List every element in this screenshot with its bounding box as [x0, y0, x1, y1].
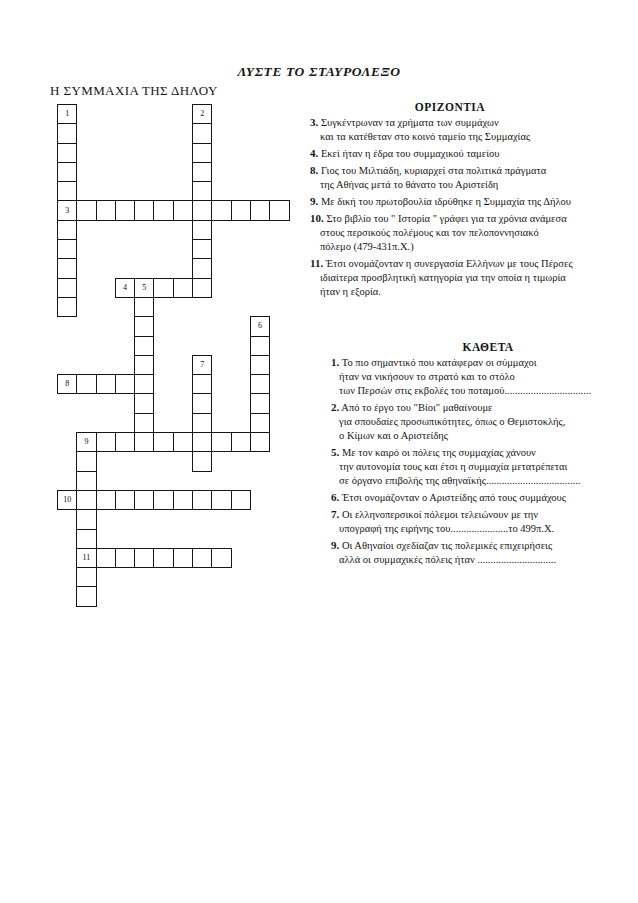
- grid-cell-r7c1[interactable]: [57, 220, 77, 240]
- grid-cell-r16c8[interactable]: [192, 393, 212, 413]
- cell-number: 11: [83, 554, 91, 562]
- grid-cell-r21c2[interactable]: [76, 490, 96, 510]
- grid-cell-r21c10[interactable]: [231, 490, 251, 510]
- clue-line: 9. Οι Αθηναίοι σχεδίαζαν τις πολεμικές ε…: [331, 538, 636, 553]
- clue-number: 10.: [310, 212, 324, 224]
- grid-cell-r5c8[interactable]: [192, 181, 212, 201]
- grid-cell-r11c5[interactable]: [134, 297, 154, 317]
- clue-line: για σπουδαίες προσωπικότητες, όπως ο Θεμ…: [331, 415, 636, 429]
- grid-cell-r21c5[interactable]: [134, 490, 154, 510]
- down-header: ΚΑΘΕΤΑ: [462, 341, 513, 353]
- grid-cell-r18c2[interactable]: 9: [76, 432, 96, 452]
- clue-line: 10. Στο βιβλίο του " Ιστορία " γράφει γι…: [310, 211, 636, 226]
- grid-cell-r18c3[interactable]: [96, 432, 116, 452]
- grid-cell-r17c5[interactable]: [134, 413, 154, 433]
- clue-line: 4. Εκεί ήταν η έδρα του συμμαχικού ταμεί…: [310, 146, 636, 161]
- clue-number: 8.: [310, 164, 318, 176]
- down-clue-list: 1. Το πιο σημαντικό που κατάφεραν οι σύμ…: [331, 355, 636, 569]
- grid-cell-r2c8[interactable]: [192, 123, 212, 143]
- cell-number: 7: [200, 361, 204, 369]
- grid-cell-r6c2[interactable]: [76, 200, 96, 220]
- cell-number: 5: [142, 284, 146, 292]
- grid-cell-r19c2[interactable]: [76, 451, 96, 471]
- grid-cell-r6c5[interactable]: [134, 200, 154, 220]
- grid-cell-r24c7[interactable]: [173, 548, 193, 568]
- grid-cell-r20c2[interactable]: [76, 471, 96, 491]
- grid-cell-r8c8[interactable]: [192, 239, 212, 259]
- grid-cell-r24c6[interactable]: [153, 548, 173, 568]
- clue-line: υπογραφή της ειρήνης του................…: [331, 522, 636, 536]
- grid-cell-r6c11[interactable]: [250, 200, 270, 220]
- clue-number: 9.: [331, 539, 339, 551]
- grid-cell-r1c8[interactable]: 2: [192, 104, 212, 124]
- grid-cell-r6c10[interactable]: [231, 200, 251, 220]
- grid-cell-r5c1[interactable]: [57, 181, 77, 201]
- clue-down-9: 9. Οι Αθηναίοι σχεδίαζαν τις πολεμικές ε…: [331, 538, 636, 567]
- grid-cell-r14c5[interactable]: [134, 355, 154, 375]
- clue-across-9: 9. Με δική του πρωτοβουλία ιδρύθηκε η Συ…: [310, 194, 636, 209]
- grid-cell-r21c1[interactable]: 10: [57, 490, 77, 510]
- clue-line: 3. Συγκέντρωναν τα χρήματα των συμμάχων: [310, 115, 636, 130]
- cell-number: 3: [65, 207, 69, 215]
- grid-cell-r24c2[interactable]: 11: [76, 548, 96, 568]
- clue-down-5: 5. Με τον καιρό οι πόλεις της συμμαχίας …: [331, 445, 636, 488]
- clue-across-8: 8. Γιος του Μιλτιάδη, κυριαρχεί στα πολι…: [310, 163, 636, 192]
- puzzle-subtitle: Η ΣΥΜΜΑΧΙΑ ΤΗΣ ΔΗΛΟΥ: [50, 83, 218, 99]
- grid-cell-r7c8[interactable]: [192, 220, 212, 240]
- clue-text: Οι Αθηναίοι σχεδίαζαν τις πολεμικές επιχ…: [339, 540, 552, 551]
- clue-line: 7. Οι ελληνοπερσικοί πόλεμοι τελειώνουν …: [331, 507, 636, 522]
- clue-line: 5. Με τον καιρό οι πόλεις της συμμαχίας …: [331, 445, 636, 460]
- clue-text: Συγκέντρωναν τα χρήματα των συμμάχων: [318, 117, 498, 128]
- grid-cell-r18c7[interactable]: [173, 432, 193, 452]
- crossword-grid: 1234567891011: [57, 104, 289, 606]
- grid-cell-r6c4[interactable]: [115, 200, 135, 220]
- grid-cell-r6c3[interactable]: [96, 200, 116, 220]
- clue-text: Έτσι ονομάζονταν η συνεργασία Ελλήνων με…: [323, 258, 572, 269]
- clue-text: Το πιο σημαντικό που κατάφεραν οι σύμμαχ…: [339, 357, 536, 368]
- grid-cell-r18c8[interactable]: [192, 432, 212, 452]
- clue-line: 2. Από το έργο του "Βίοι" μαθαίνουμε: [331, 400, 636, 415]
- grid-cell-r15c3[interactable]: [96, 374, 116, 394]
- grid-cell-r11c1[interactable]: [57, 297, 77, 317]
- clue-across-4: 4. Εκεί ήταν η έδρα του συμμαχικού ταμεί…: [310, 146, 636, 161]
- clue-down-7: 7. Οι ελληνοπερσικοί πόλεμοι τελειώνουν …: [331, 507, 636, 536]
- cell-number: 6: [258, 322, 262, 330]
- grid-cell-r18c11[interactable]: [250, 432, 270, 452]
- clue-number: 6.: [331, 491, 339, 503]
- grid-cell-r17c8[interactable]: [192, 413, 212, 433]
- grid-cell-r15c2[interactable]: [76, 374, 96, 394]
- grid-cell-r18c4[interactable]: [115, 432, 135, 452]
- clue-down-1: 1. Το πιο σημαντικό που κατάφεραν οι σύμ…: [331, 355, 636, 398]
- across-clue-list: 3. Συγκέντρωναν τα χρήματα των συμμάχωνκ…: [310, 115, 636, 301]
- grid-cell-r15c8[interactable]: [192, 374, 212, 394]
- grid-cell-r12c11[interactable]: 6: [250, 316, 270, 336]
- grid-cell-r14c11[interactable]: [250, 355, 270, 375]
- grid-cell-r21c6[interactable]: [153, 490, 173, 510]
- clue-line: 9. Με δική του πρωτοβουλία ιδρύθηκε η Συ…: [310, 194, 636, 209]
- grid-cell-r9c1[interactable]: [57, 258, 77, 278]
- grid-cell-r2c1[interactable]: [57, 123, 77, 143]
- grid-cell-r6c1[interactable]: 3: [57, 200, 77, 220]
- grid-cell-r26c2[interactable]: [76, 586, 96, 606]
- clue-number: 3.: [310, 116, 318, 128]
- grid-cell-r18c6[interactable]: [153, 432, 173, 452]
- grid-cell-r6c7[interactable]: [173, 200, 193, 220]
- clue-line: ο Κίμων και ο Αριστείδης: [331, 429, 636, 443]
- clue-line: πόλεμο (479-431π.Χ.): [310, 240, 636, 254]
- grid-cell-r9c8[interactable]: [192, 258, 212, 278]
- worksheet-page: ΛΥΣΤΕ ΤΟ ΣΤΑΥΡΟΛΕΞΟ Η ΣΥΜΜΑΧΙΑ ΤΗΣ ΔΗΛΟΥ…: [0, 0, 638, 903]
- clue-line: της Αθήνας μετά το θάνατο του Αριστείδη: [310, 178, 636, 192]
- grid-cell-r15c5[interactable]: [134, 374, 154, 394]
- page-title: ΛΥΣΤΕ ΤΟ ΣΤΑΥΡΟΛΕΞΟ: [0, 64, 638, 80]
- grid-cell-r24c8[interactable]: [192, 548, 212, 568]
- cell-number: 2: [200, 110, 204, 118]
- grid-cell-r24c9[interactable]: [211, 548, 231, 568]
- grid-cell-r10c6[interactable]: [153, 278, 173, 298]
- grid-cell-r4c8[interactable]: [192, 162, 212, 182]
- clue-text: Εκεί ήταν η έδρα του συμμαχικού ταμείου: [318, 148, 499, 159]
- grid-cell-r10c8[interactable]: [192, 278, 212, 298]
- grid-cell-r22c2[interactable]: [76, 509, 96, 529]
- clue-line: σε όργανο επιβολής της αθηναϊκής........…: [331, 474, 636, 488]
- clue-text: Στο βιβλίο του " Ιστορία " γράφει για τα…: [324, 213, 567, 224]
- grid-cell-r21c8[interactable]: [192, 490, 212, 510]
- clue-down-6: 6. Έτσι ονομάζονταν ο Αριστείδης από του…: [331, 490, 636, 505]
- clue-text: Οι ελληνοπερσικοί πόλεμοι τελειώνουν με …: [339, 509, 538, 520]
- clue-line: ήταν η εξορία.: [310, 285, 636, 299]
- grid-cell-r10c4[interactable]: 4: [115, 278, 135, 298]
- clue-line: την αυτονομία τους και έτσι η συμμαχία μ…: [331, 460, 636, 474]
- clue-line: στους περσικούς πολέμους και τον πελοπον…: [310, 226, 636, 240]
- clue-line: 6. Έτσι ονομάζονταν ο Αριστείδης από του…: [331, 490, 636, 505]
- grid-cell-r16c11[interactable]: [250, 393, 270, 413]
- clue-line: των Περσών στις εκβολές του ποταμού.....…: [331, 384, 636, 398]
- grid-cell-r13c11[interactable]: [250, 336, 270, 356]
- grid-cell-r10c1[interactable]: [57, 278, 77, 298]
- clue-line: αλλά οι συμμαχικές πόλεις ήταν .........…: [331, 553, 636, 567]
- cell-number: 1: [65, 110, 69, 118]
- clue-text: Από το έργο του "Βίοι" μαθαίνουμε: [339, 402, 492, 413]
- clue-line: ήταν να νικήσουν το στρατό και το στόλο: [331, 370, 636, 384]
- grid-cell-r10c5[interactable]: 5: [134, 278, 154, 298]
- clue-line: 8. Γιος του Μιλτιάδη, κυριαρχεί στα πολι…: [310, 163, 636, 178]
- grid-cell-r24c3[interactable]: [96, 548, 116, 568]
- clue-number: 2.: [331, 401, 339, 413]
- clue-across-3: 3. Συγκέντρωναν τα χρήματα των συμμάχωνκ…: [310, 115, 636, 144]
- cell-number: 8: [65, 380, 69, 388]
- grid-cell-r18c5[interactable]: [134, 432, 154, 452]
- clue-number: 1.: [331, 356, 339, 368]
- grid-cell-r15c11[interactable]: [250, 374, 270, 394]
- clue-text: Με τον καιρό οι πόλεις της συμμαχίας χάν…: [339, 447, 536, 458]
- clue-down-2: 2. Από το έργο του "Βίοι" μαθαίνουμεγια …: [331, 400, 636, 443]
- grid-cell-r23c2[interactable]: [76, 529, 96, 549]
- cell-number: 9: [84, 438, 88, 446]
- grid-cell-r1c1[interactable]: 1: [57, 104, 77, 124]
- grid-cell-r3c1[interactable]: [57, 143, 77, 163]
- clue-number: 9.: [310, 195, 318, 207]
- grid-cell-r6c6[interactable]: [153, 200, 173, 220]
- clue-number: 5.: [331, 446, 339, 458]
- cell-number: 10: [63, 496, 71, 504]
- grid-cell-r18c9[interactable]: [211, 432, 231, 452]
- grid-cell-r18c10[interactable]: [231, 432, 251, 452]
- clue-text: Με δική του πρωτοβουλία ιδρύθηκε η Συμμα…: [318, 196, 571, 207]
- clue-number: 4.: [310, 147, 318, 159]
- grid-cell-r25c2[interactable]: [76, 567, 96, 587]
- grid-cell-r13c5[interactable]: [134, 336, 154, 356]
- grid-cell-r8c1[interactable]: [57, 239, 77, 259]
- grid-cell-r10c7[interactable]: [173, 278, 193, 298]
- grid-cell-r21c7[interactable]: [173, 490, 193, 510]
- grid-cell-r16c5[interactable]: [134, 393, 154, 413]
- grid-cell-r21c4[interactable]: [115, 490, 135, 510]
- grid-cell-r19c8[interactable]: [192, 451, 212, 471]
- clue-line: 11. Έτσι ονομάζονταν η συνεργασία Ελλήνω…: [310, 256, 636, 271]
- clue-line: και τα κατέθεταν στο κοινό ταμείο της Συ…: [310, 130, 636, 144]
- grid-cell-r15c1[interactable]: 8: [57, 374, 77, 394]
- grid-cell-r12c5[interactable]: [134, 316, 154, 336]
- clue-line: 1. Το πιο σημαντικό που κατάφεραν οι σύμ…: [331, 355, 636, 370]
- clue-line: ιδιαίτερα προσβλητική κατηγορία για την …: [310, 271, 636, 285]
- clue-across-10: 10. Στο βιβλίο του " Ιστορία " γράφει γι…: [310, 211, 636, 254]
- clue-across-11: 11. Έτσι ονομάζονταν η συνεργασία Ελλήνω…: [310, 256, 636, 299]
- grid-cell-r17c11[interactable]: [250, 413, 270, 433]
- clue-number: 7.: [331, 508, 339, 520]
- grid-cell-r24c5[interactable]: [134, 548, 154, 568]
- grid-cell-r6c8[interactable]: [192, 200, 212, 220]
- grid-cell-r21c9[interactable]: [211, 490, 231, 510]
- grid-cell-r3c8[interactable]: [192, 143, 212, 163]
- grid-cell-r15c4[interactable]: [115, 374, 135, 394]
- grid-cell-r6c9[interactable]: [211, 200, 231, 220]
- grid-cell-r14c8[interactable]: 7: [192, 355, 212, 375]
- grid-cell-r21c3[interactable]: [96, 490, 116, 510]
- across-header: ΟΡΙΖΟΝΤΙΑ: [415, 101, 485, 113]
- grid-cell-r6c12[interactable]: [269, 200, 289, 220]
- grid-cell-r4c1[interactable]: [57, 162, 77, 182]
- clue-number: 11.: [310, 257, 323, 269]
- grid-cell-r24c4[interactable]: [115, 548, 135, 568]
- clue-text: Γιος του Μιλτιάδη, κυριαρχεί στα πολιτικ…: [318, 165, 546, 176]
- clue-text: Έτσι ονομάζονταν ο Αριστείδης από τους σ…: [339, 492, 566, 503]
- cell-number: 4: [123, 284, 127, 292]
